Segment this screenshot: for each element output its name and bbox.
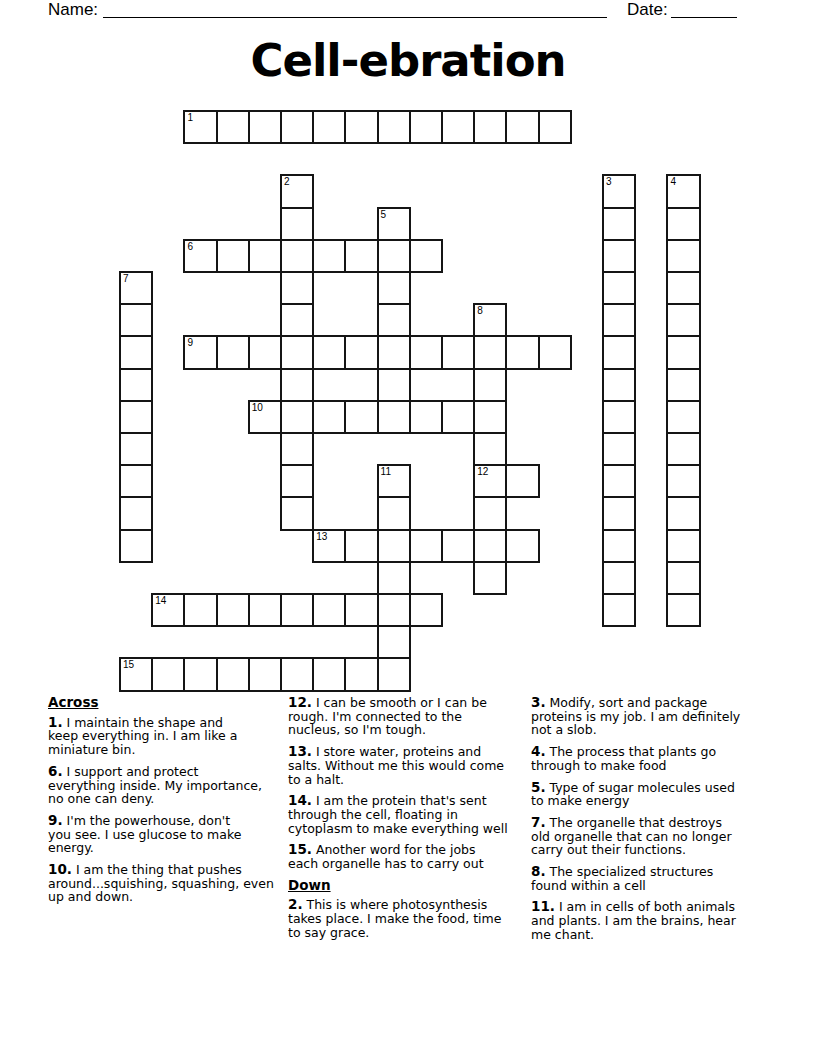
grid-cell[interactable] xyxy=(119,529,153,563)
grid-cell[interactable]: 2 xyxy=(280,174,314,208)
clue-number-label: 3. xyxy=(531,694,546,710)
clue-number: 10 xyxy=(252,402,263,413)
grid-cell[interactable] xyxy=(183,657,217,691)
clue-9: 9. I'm the powerhouse, don'tyou see. I u… xyxy=(48,814,288,855)
clue-line: 14. I am the protein that's sent xyxy=(288,794,528,808)
clue-line: 1. I maintain the shape and xyxy=(48,716,288,730)
clue-7: 7. The organelle that destroysold organe… xyxy=(531,816,771,857)
grid-cell[interactable] xyxy=(377,335,411,369)
grid-cell[interactable] xyxy=(119,368,153,402)
date-blank-line[interactable] xyxy=(671,1,737,18)
clues-column-right: 3. Modify, sort and packageproteins is m… xyxy=(531,696,771,950)
grid-cell[interactable] xyxy=(473,496,507,530)
grid-cell[interactable] xyxy=(344,110,378,144)
grid-cell[interactable] xyxy=(119,335,153,369)
puzzle-title: Cell-ebration xyxy=(0,34,816,87)
clue-3: 3. Modify, sort and packageproteins is m… xyxy=(531,696,771,737)
grid-cell[interactable] xyxy=(409,239,443,273)
grid-cell[interactable] xyxy=(119,400,153,434)
grid-cell[interactable] xyxy=(377,593,411,627)
grid-cell[interactable]: 7 xyxy=(119,271,153,305)
grid-cell[interactable] xyxy=(666,335,700,369)
clue-line: each organelle has to carry out xyxy=(288,857,528,871)
clue-line: you see. I use glucose to make xyxy=(48,828,288,842)
grid-cell[interactable] xyxy=(344,529,378,563)
clue-line: through to make food xyxy=(531,759,771,773)
clue-number: 2 xyxy=(284,176,290,187)
clue-10: 10. I am the thing that pushesaround...s… xyxy=(48,863,288,904)
clue-number-label: 4. xyxy=(531,743,546,759)
grid-cell[interactable] xyxy=(119,303,153,337)
grid-cell[interactable]: 10 xyxy=(248,400,282,434)
grid-cell[interactable]: 9 xyxy=(183,335,217,369)
clue-line: everything inside. My importance, xyxy=(48,779,288,793)
clue-line: 11. I am in cells of both animals xyxy=(531,900,771,914)
grid-cell[interactable] xyxy=(377,271,411,305)
grid-cell[interactable] xyxy=(602,335,636,369)
clues-column-left: Across1. I maintain the shape andkeep ev… xyxy=(48,696,288,912)
grid-cell[interactable] xyxy=(377,303,411,337)
grid-cell[interactable] xyxy=(377,625,411,659)
grid-cell[interactable] xyxy=(602,400,636,434)
grid-cell[interactable] xyxy=(280,593,314,627)
clue-line: 4. The process that plants go xyxy=(531,745,771,759)
clue-15: 15. Another word for the jobseach organe… xyxy=(288,843,528,870)
crossword-worksheet: Name: Date: Cell-ebration 12345678910111… xyxy=(0,0,816,1056)
grid-cell[interactable] xyxy=(666,432,700,466)
clue-line: takes place. I make the food, time xyxy=(288,912,528,926)
clue-number-label: 6. xyxy=(48,763,63,779)
clue-number-label: 10. xyxy=(48,861,72,877)
clue-number-label: 9. xyxy=(48,812,63,828)
grid-cell[interactable] xyxy=(441,110,475,144)
grid-cell[interactable] xyxy=(666,207,700,241)
clue-number: 3 xyxy=(606,176,612,187)
clue-number-label: 5. xyxy=(531,779,546,795)
clue-line: miniature bin. xyxy=(48,743,288,757)
grid-cell[interactable]: 15 xyxy=(119,657,153,691)
grid-cell[interactable] xyxy=(119,496,153,530)
down-header: Down xyxy=(288,879,528,893)
clue-line: to a halt. xyxy=(288,773,528,787)
clue-line: and plants. I am the brains, hear xyxy=(531,914,771,928)
clue-line: no one can deny. xyxy=(48,792,288,806)
clue-6: 6. I support and protecteverything insid… xyxy=(48,765,288,806)
grid-cell[interactable] xyxy=(602,368,636,402)
grid-cell[interactable] xyxy=(441,335,475,369)
grid-cell[interactable] xyxy=(280,110,314,144)
grid-cell[interactable] xyxy=(602,303,636,337)
clue-8: 8. The specialized structuresfound withi… xyxy=(531,865,771,892)
grid-cell[interactable] xyxy=(602,432,636,466)
grid-cell[interactable] xyxy=(666,529,700,563)
grid-cell[interactable] xyxy=(280,400,314,434)
grid-cell[interactable] xyxy=(377,496,411,530)
clue-number: 8 xyxy=(477,305,483,316)
grid-cell[interactable] xyxy=(280,239,314,273)
grid-cell[interactable] xyxy=(505,110,539,144)
grid-cell[interactable] xyxy=(473,561,507,595)
grid-cell[interactable] xyxy=(505,464,539,498)
grid-cell[interactable] xyxy=(505,335,539,369)
clue-line: through the cell, floating in xyxy=(288,808,528,822)
grid-cell[interactable] xyxy=(538,110,572,144)
clue-line: keep everything in. I am like a xyxy=(48,729,288,743)
clue-number: 7 xyxy=(123,273,129,284)
clue-number: 6 xyxy=(187,241,193,252)
grid-cell[interactable] xyxy=(280,303,314,337)
clue-number-label: 11. xyxy=(531,898,555,914)
clue-number-label: 12. xyxy=(288,694,312,710)
clue-4: 4. The process that plants gothrough to … xyxy=(531,745,771,772)
clue-line: old organelle that can no longer xyxy=(531,830,771,844)
grid-cell[interactable] xyxy=(377,400,411,434)
across-header: Across xyxy=(48,696,288,710)
grid-cell[interactable] xyxy=(344,400,378,434)
grid-cell[interactable] xyxy=(666,496,700,530)
clue-line: cytoplasm to make everything well xyxy=(288,822,528,836)
clue-number-label: 14. xyxy=(288,792,312,808)
grid-cell[interactable] xyxy=(280,207,314,241)
grid-cell[interactable] xyxy=(248,593,282,627)
date-label: Date: xyxy=(627,1,668,19)
clue-line: up and down. xyxy=(48,890,288,904)
grid-cell[interactable] xyxy=(248,657,282,691)
grid-cell[interactable] xyxy=(473,110,507,144)
grid-cell[interactable] xyxy=(280,368,314,402)
clue-number: 1 xyxy=(187,112,193,123)
clue-number-label: 13. xyxy=(288,743,312,759)
grid-cell[interactable] xyxy=(666,464,700,498)
grid-cell[interactable] xyxy=(312,110,346,144)
clue-line: 7. The organelle that destroys xyxy=(531,816,771,830)
grid-cell[interactable] xyxy=(409,110,443,144)
clue-line: 15. Another word for the jobs xyxy=(288,843,528,857)
grid-cell[interactable] xyxy=(409,529,443,563)
grid-cell[interactable] xyxy=(119,432,153,466)
grid-cell[interactable] xyxy=(312,593,346,627)
grid-cell[interactable] xyxy=(602,529,636,563)
grid-cell[interactable]: 11 xyxy=(377,464,411,498)
clue-line: 2. This is where photosynthesis xyxy=(288,898,528,912)
grid-cell[interactable] xyxy=(602,271,636,305)
grid-cell[interactable] xyxy=(151,657,185,691)
grid-cell[interactable] xyxy=(280,271,314,305)
crossword-grid: 123456789101112131415 xyxy=(119,110,701,692)
clue-line: around...squishing, squashing, even xyxy=(48,877,288,891)
clue-line: proteins is my job. I am definitely xyxy=(531,710,771,724)
clue-line: 12. I can be smooth or I can be xyxy=(288,696,528,710)
clues-column-middle: 12. I can be smooth or I can berough. I'… xyxy=(288,696,528,948)
clue-number-label: 7. xyxy=(531,814,546,830)
grid-cell[interactable] xyxy=(344,335,378,369)
grid-cell[interactable] xyxy=(216,593,250,627)
grid-cell[interactable] xyxy=(344,657,378,691)
clue-line: found within a cell xyxy=(531,879,771,893)
grid-cell[interactable] xyxy=(441,529,475,563)
clue-line: 9. I'm the powerhouse, don't xyxy=(48,814,288,828)
clue-number: 12 xyxy=(477,466,488,477)
grid-cell[interactable] xyxy=(602,593,636,627)
grid-cell[interactable] xyxy=(409,335,443,369)
grid-cell[interactable] xyxy=(312,335,346,369)
grid-cell[interactable] xyxy=(280,464,314,498)
clue-number-label: 8. xyxy=(531,863,546,879)
clue-number-label: 15. xyxy=(288,841,312,857)
grid-cell[interactable] xyxy=(666,400,700,434)
clue-11: 11. I am in cells of both animalsand pla… xyxy=(531,900,771,941)
clue-13: 13. I store water, proteins andsalts. Wi… xyxy=(288,745,528,786)
grid-cell[interactable] xyxy=(216,110,250,144)
clue-line: 8. The specialized structures xyxy=(531,865,771,879)
clue-line: 3. Modify, sort and package xyxy=(531,696,771,710)
grid-cell[interactable] xyxy=(666,593,700,627)
grid-cell[interactable] xyxy=(280,496,314,530)
grid-cell[interactable] xyxy=(248,239,282,273)
grid-cell[interactable] xyxy=(473,529,507,563)
grid-cell[interactable] xyxy=(377,529,411,563)
grid-cell[interactable]: 6 xyxy=(183,239,217,273)
grid-cell[interactable] xyxy=(280,335,314,369)
grid-cell[interactable] xyxy=(441,400,475,434)
clue-line: energy. xyxy=(48,841,288,855)
grid-cell[interactable]: 3 xyxy=(602,174,636,208)
grid-cell[interactable] xyxy=(666,239,700,273)
grid-cell[interactable] xyxy=(183,593,217,627)
grid-cell[interactable] xyxy=(602,207,636,241)
clue-number-label: 1. xyxy=(48,714,63,730)
grid-cell[interactable] xyxy=(666,561,700,595)
grid-cell[interactable]: 12 xyxy=(473,464,507,498)
grid-cell[interactable] xyxy=(473,432,507,466)
grid-cell[interactable] xyxy=(216,657,250,691)
grid-cell[interactable] xyxy=(473,400,507,434)
grid-cell[interactable] xyxy=(312,400,346,434)
clue-line: 6. I support and protect xyxy=(48,765,288,779)
clue-number-label: 2. xyxy=(288,896,303,912)
grid-cell[interactable] xyxy=(248,335,282,369)
clue-line: carry out their functions. xyxy=(531,843,771,857)
clue-line: to make energy xyxy=(531,794,771,808)
grid-cell[interactable] xyxy=(344,239,378,273)
grid-cell[interactable] xyxy=(344,593,378,627)
grid-cell[interactable] xyxy=(602,464,636,498)
grid-cell[interactable]: 4 xyxy=(666,174,700,208)
grid-cell[interactable] xyxy=(602,561,636,595)
grid-cell[interactable] xyxy=(602,239,636,273)
grid-cell[interactable] xyxy=(377,110,411,144)
clue-number: 11 xyxy=(381,466,391,477)
clue-line: 10. I am the thing that pushes xyxy=(48,863,288,877)
grid-cell[interactable] xyxy=(312,657,346,691)
grid-cell[interactable]: 13 xyxy=(312,529,346,563)
grid-cell[interactable]: 14 xyxy=(151,593,185,627)
clue-number: 4 xyxy=(670,176,676,187)
grid-cell[interactable] xyxy=(666,303,700,337)
grid-cell[interactable] xyxy=(377,561,411,595)
grid-cell[interactable] xyxy=(538,335,572,369)
clue-5: 5. Type of sugar molecules usedto make e… xyxy=(531,781,771,808)
name-label: Name: xyxy=(48,1,98,19)
name-blank-line[interactable] xyxy=(103,1,607,18)
clue-line: to say grace. xyxy=(288,926,528,940)
grid-cell[interactable] xyxy=(377,657,411,691)
grid-cell[interactable]: 1 xyxy=(183,110,217,144)
grid-cell[interactable] xyxy=(473,335,507,369)
clue-number: 9 xyxy=(187,337,193,348)
clue-14: 14. I am the protein that's sentthrough … xyxy=(288,794,528,835)
grid-cell[interactable] xyxy=(216,239,250,273)
clue-line: 5. Type of sugar molecules used xyxy=(531,781,771,795)
grid-cell[interactable] xyxy=(505,529,539,563)
grid-cell[interactable] xyxy=(280,432,314,466)
clue-12: 12. I can be smooth or I can berough. I'… xyxy=(288,696,528,737)
clue-number: 15 xyxy=(123,659,134,670)
grid-cell[interactable] xyxy=(473,368,507,402)
clue-line: me chant. xyxy=(531,928,771,942)
clue-1: 1. I maintain the shape andkeep everythi… xyxy=(48,716,288,757)
grid-cell[interactable] xyxy=(666,271,700,305)
clue-line: salts. Without me this would come xyxy=(288,759,528,773)
grid-cell[interactable] xyxy=(409,400,443,434)
grid-cell[interactable] xyxy=(666,368,700,402)
clue-line: nucleus, so I'm tough. xyxy=(288,723,528,737)
clue-number: 5 xyxy=(381,209,387,220)
clue-line: 13. I store water, proteins and xyxy=(288,745,528,759)
clue-2: 2. This is where photosynthesistakes pla… xyxy=(288,898,528,939)
grid-cell[interactable] xyxy=(216,335,250,369)
grid-cell[interactable] xyxy=(312,239,346,273)
grid-cell[interactable] xyxy=(119,464,153,498)
grid-cell[interactable] xyxy=(377,368,411,402)
clue-number: 14 xyxy=(155,595,166,606)
clue-line: not a slob. xyxy=(531,723,771,737)
grid-cell[interactable]: 5 xyxy=(377,207,411,241)
grid-cell[interactable] xyxy=(602,496,636,530)
grid-cell[interactable] xyxy=(409,593,443,627)
clue-line: rough. I'm connected to the xyxy=(288,710,528,724)
clue-number: 13 xyxy=(316,531,327,542)
grid-cell[interactable] xyxy=(248,110,282,144)
grid-cell[interactable] xyxy=(280,657,314,691)
grid-cell[interactable]: 8 xyxy=(473,303,507,337)
grid-cell[interactable] xyxy=(377,239,411,273)
